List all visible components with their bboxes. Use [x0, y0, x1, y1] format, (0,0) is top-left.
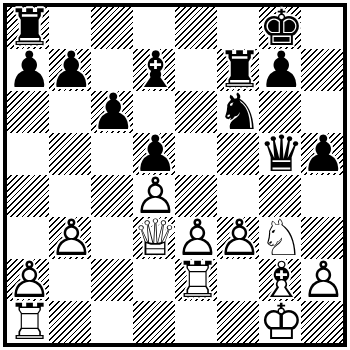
white-king-glyph: ♔ — [259, 297, 304, 347]
square-b1[interactable] — [49, 301, 91, 343]
piece-black-pawn: ♟♟ — [49, 49, 91, 91]
piece-white-pawn: ♟♙ — [301, 259, 343, 301]
square-d3[interactable]: ♛♕ — [133, 217, 175, 259]
piece-white-king: ♚♔ — [259, 301, 301, 343]
square-b2[interactable] — [49, 259, 91, 301]
square-c6[interactable]: ♟♟ — [91, 91, 133, 133]
black-bishop-glyph: ♝ — [133, 45, 178, 95]
square-a1[interactable]: ♜♖ — [7, 301, 49, 343]
black-pawn-glyph: ♟ — [49, 45, 94, 95]
square-e8[interactable] — [175, 7, 217, 49]
piece-black-queen: ♛♛ — [259, 133, 301, 175]
black-pawn-glyph: ♟ — [259, 45, 304, 95]
square-c2[interactable] — [91, 259, 133, 301]
square-a5[interactable] — [7, 133, 49, 175]
square-b6[interactable] — [49, 91, 91, 133]
piece-white-queen: ♛♕ — [133, 217, 175, 259]
square-d2[interactable] — [133, 259, 175, 301]
square-g7[interactable]: ♟♟ — [259, 49, 301, 91]
chess-diagram: ♜♜♚♚♟♟♟♟♝♝♜♜♟♟♟♟♞♞♟♟♛♛♟♟♟♙♟♙♛♕♟♙♟♙♞♘♟♙♜♖… — [0, 0, 350, 350]
piece-white-pawn: ♟♙ — [217, 217, 259, 259]
square-e5[interactable] — [175, 133, 217, 175]
square-d1[interactable] — [133, 301, 175, 343]
square-e6[interactable] — [175, 91, 217, 133]
black-pawn-glyph: ♟ — [91, 87, 136, 137]
square-f2[interactable] — [217, 259, 259, 301]
piece-black-pawn: ♟♟ — [7, 49, 49, 91]
piece-black-bishop: ♝♝ — [133, 49, 175, 91]
square-e1[interactable] — [175, 301, 217, 343]
square-h4[interactable] — [301, 175, 343, 217]
square-b5[interactable] — [49, 133, 91, 175]
board-frame: ♜♜♚♚♟♟♟♟♝♝♜♜♟♟♟♟♞♞♟♟♛♛♟♟♟♙♟♙♛♕♟♙♟♙♞♘♟♙♜♖… — [3, 3, 347, 347]
square-h2[interactable]: ♟♙ — [301, 259, 343, 301]
white-rook-glyph: ♖ — [175, 255, 220, 305]
black-queen-glyph: ♛ — [259, 129, 304, 179]
square-b3[interactable]: ♟♙ — [49, 217, 91, 259]
black-pawn-glyph: ♟ — [7, 45, 52, 95]
square-b7[interactable]: ♟♟ — [49, 49, 91, 91]
square-g1[interactable]: ♚♔ — [259, 301, 301, 343]
square-c3[interactable] — [91, 217, 133, 259]
piece-white-rook: ♜♖ — [7, 301, 49, 343]
square-h5[interactable]: ♟♟ — [301, 133, 343, 175]
white-queen-glyph: ♕ — [133, 213, 178, 263]
white-rook-glyph: ♖ — [7, 297, 52, 347]
square-c1[interactable] — [91, 301, 133, 343]
white-pawn-glyph: ♙ — [301, 255, 346, 305]
square-a6[interactable] — [7, 91, 49, 133]
black-knight-glyph: ♞ — [217, 87, 262, 137]
chess-board: ♜♜♚♚♟♟♟♟♝♝♜♜♟♟♟♟♞♞♟♟♛♛♟♟♟♙♟♙♛♕♟♙♟♙♞♘♟♙♜♖… — [7, 7, 343, 343]
square-c5[interactable] — [91, 133, 133, 175]
white-pawn-glyph: ♙ — [217, 213, 262, 263]
square-g5[interactable]: ♛♛ — [259, 133, 301, 175]
square-a4[interactable] — [7, 175, 49, 217]
piece-black-knight: ♞♞ — [217, 91, 259, 133]
square-c4[interactable] — [91, 175, 133, 217]
square-a7[interactable]: ♟♟ — [7, 49, 49, 91]
square-f3[interactable]: ♟♙ — [217, 217, 259, 259]
square-f6[interactable]: ♞♞ — [217, 91, 259, 133]
piece-black-pawn: ♟♟ — [91, 91, 133, 133]
square-h1[interactable] — [301, 301, 343, 343]
white-pawn-glyph: ♙ — [49, 213, 94, 263]
square-h8[interactable] — [301, 7, 343, 49]
square-c8[interactable] — [91, 7, 133, 49]
piece-black-pawn: ♟♟ — [259, 49, 301, 91]
square-h7[interactable] — [301, 49, 343, 91]
piece-white-rook: ♜♖ — [175, 259, 217, 301]
square-e2[interactable]: ♜♖ — [175, 259, 217, 301]
square-d7[interactable]: ♝♝ — [133, 49, 175, 91]
square-f5[interactable] — [217, 133, 259, 175]
piece-black-pawn: ♟♟ — [301, 133, 343, 175]
piece-white-pawn: ♟♙ — [49, 217, 91, 259]
square-e7[interactable] — [175, 49, 217, 91]
square-f1[interactable] — [217, 301, 259, 343]
black-pawn-glyph: ♟ — [301, 129, 346, 179]
